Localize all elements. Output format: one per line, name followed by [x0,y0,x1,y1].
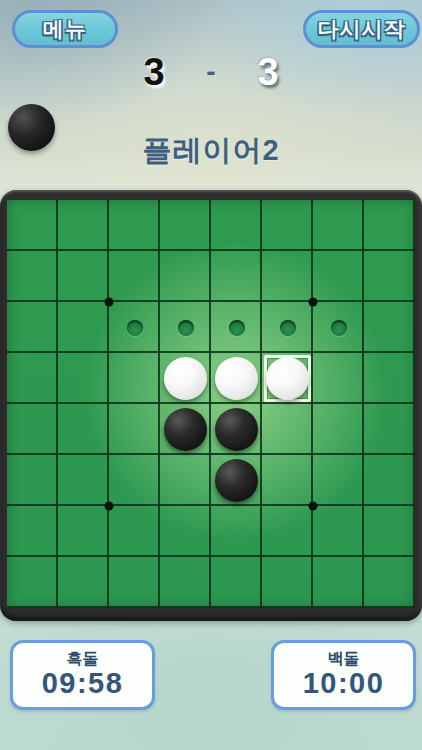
star-point [105,298,114,307]
white-stone [215,357,258,400]
board-cell-e4 [211,353,262,404]
star-point [105,502,114,511]
star-point [309,298,318,307]
legal-move-c3[interactable] [109,302,160,353]
black-stone [164,408,207,451]
game-screen: 메뉴 다시시작 3 - 3 플레이어2 흑돌 09:58 백돌 10:00 [0,0,422,750]
legal-move-hint[interactable] [229,320,245,336]
black-clock-time: 09:58 [42,668,124,700]
legal-move-e3[interactable] [211,302,262,353]
board-cell-d5 [160,404,211,455]
legal-move-hint[interactable] [280,320,296,336]
white-stone [164,357,207,400]
legal-move-hint[interactable] [127,320,143,336]
black-score: 3 [123,53,185,91]
board-cell-d4 [160,353,211,404]
current-player-label: 플레이어2 [0,131,422,171]
white-score: 3 [237,53,299,91]
white-clock-time: 10:00 [303,668,385,700]
black-stone [215,459,258,502]
board-cell-e5 [211,404,262,455]
legal-move-d3[interactable] [160,302,211,353]
legal-move-hint[interactable] [178,320,194,336]
star-point [309,502,318,511]
score-separator: - [185,58,237,86]
board-frame [0,190,422,621]
white-clock-label: 백돌 [328,650,360,668]
restart-button[interactable]: 다시시작 [303,10,420,48]
board-cell-e6 [211,455,262,506]
white-stone [266,357,309,400]
board-cell-f4 [262,353,313,404]
black-clock-label: 흑돌 [67,650,99,668]
legal-move-f3[interactable] [262,302,313,353]
white-clock-panel: 백돌 10:00 [271,640,416,710]
legal-move-g3[interactable] [313,302,364,353]
menu-button[interactable]: 메뉴 [12,10,118,48]
black-clock-panel: 흑돌 09:58 [10,640,155,710]
black-stone [215,408,258,451]
board-grid[interactable] [7,200,415,608]
score-display: 3 - 3 [0,50,422,94]
legal-move-hint[interactable] [331,320,347,336]
